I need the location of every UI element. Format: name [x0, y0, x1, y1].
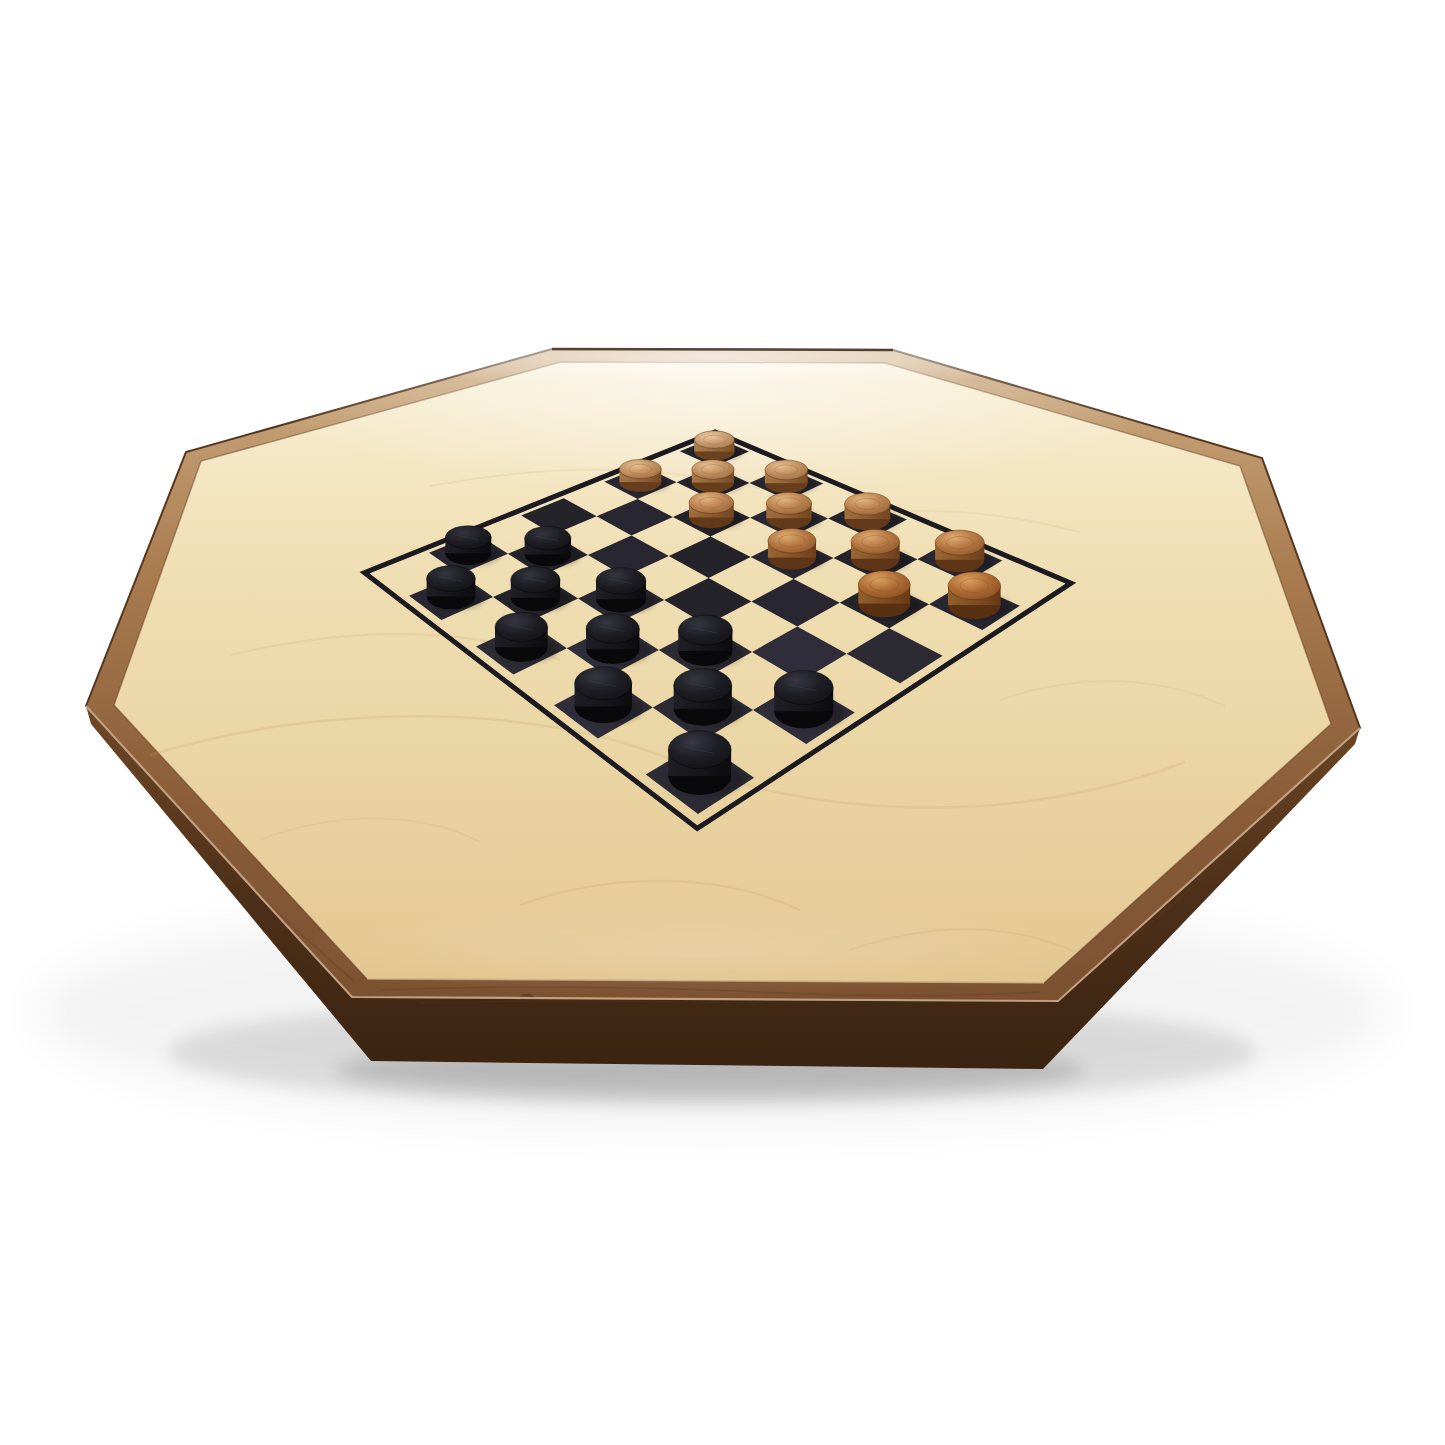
octagonal-checkers-board: [0, 0, 1445, 1445]
photo-stage: [0, 0, 1445, 1445]
